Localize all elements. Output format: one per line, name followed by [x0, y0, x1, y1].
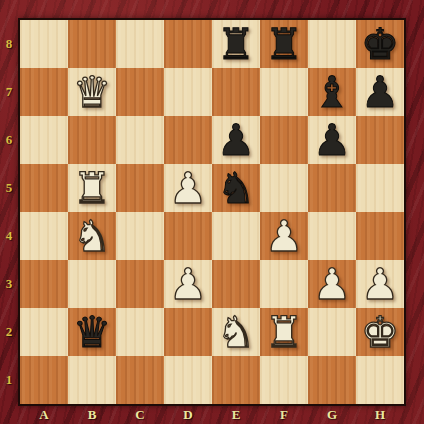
rank-label-8: 8 [0, 20, 18, 68]
piece-white-pawn-d5[interactable]: ♟ [164, 164, 212, 212]
square-e3[interactable] [212, 260, 260, 308]
piece-white-king-h2[interactable]: ♚ [356, 308, 404, 356]
square-f2[interactable]: ♜ [260, 308, 308, 356]
square-g3[interactable]: ♟ [308, 260, 356, 308]
square-d7[interactable] [164, 68, 212, 116]
square-g5[interactable] [308, 164, 356, 212]
board-frame: 87654321 ABCDEFGH ♜♜♚♛♝♟♟♟♜♟♞♞♟♟♟♟♛♞♜♚ [0, 0, 424, 424]
square-f5[interactable] [260, 164, 308, 212]
rank-labels: 87654321 [0, 20, 18, 404]
square-h4[interactable] [356, 212, 404, 260]
piece-white-pawn-f4[interactable]: ♟ [260, 212, 308, 260]
rank-label-4: 4 [0, 212, 18, 260]
square-a7[interactable] [20, 68, 68, 116]
square-g4[interactable] [308, 212, 356, 260]
piece-white-pawn-h3[interactable]: ♟ [356, 260, 404, 308]
square-b2[interactable]: ♛ [68, 308, 116, 356]
square-a2[interactable] [20, 308, 68, 356]
piece-black-rook-e8[interactable]: ♜ [212, 20, 260, 68]
square-h7[interactable]: ♟ [356, 68, 404, 116]
piece-white-queen-b7[interactable]: ♛ [68, 68, 116, 116]
square-e1[interactable] [212, 356, 260, 404]
square-d8[interactable] [164, 20, 212, 68]
piece-white-pawn-g3[interactable]: ♟ [308, 260, 356, 308]
square-h5[interactable] [356, 164, 404, 212]
square-g7[interactable]: ♝ [308, 68, 356, 116]
square-b8[interactable] [68, 20, 116, 68]
square-f4[interactable]: ♟ [260, 212, 308, 260]
piece-white-knight-b4[interactable]: ♞ [68, 212, 116, 260]
square-e6[interactable]: ♟ [212, 116, 260, 164]
square-a3[interactable] [20, 260, 68, 308]
piece-black-rook-f8[interactable]: ♜ [260, 20, 308, 68]
piece-black-queen-b2[interactable]: ♛ [68, 308, 116, 356]
piece-black-pawn-g6[interactable]: ♟ [308, 116, 356, 164]
piece-white-knight-e2[interactable]: ♞ [212, 308, 260, 356]
square-g6[interactable]: ♟ [308, 116, 356, 164]
square-c3[interactable] [116, 260, 164, 308]
square-d5[interactable]: ♟ [164, 164, 212, 212]
square-f6[interactable] [260, 116, 308, 164]
rank-label-1: 1 [0, 356, 18, 404]
file-labels: ABCDEFGH [20, 405, 404, 424]
piece-white-pawn-d3[interactable]: ♟ [164, 260, 212, 308]
square-a8[interactable] [20, 20, 68, 68]
square-b3[interactable] [68, 260, 116, 308]
square-b7[interactable]: ♛ [68, 68, 116, 116]
square-e4[interactable] [212, 212, 260, 260]
square-f7[interactable] [260, 68, 308, 116]
square-a6[interactable] [20, 116, 68, 164]
square-g2[interactable] [308, 308, 356, 356]
square-b1[interactable] [68, 356, 116, 404]
square-f3[interactable] [260, 260, 308, 308]
rank-label-5: 5 [0, 164, 18, 212]
piece-black-bishop-g7[interactable]: ♝ [308, 68, 356, 116]
square-f1[interactable] [260, 356, 308, 404]
piece-black-knight-e5[interactable]: ♞ [212, 164, 260, 212]
square-c2[interactable] [116, 308, 164, 356]
square-c4[interactable] [116, 212, 164, 260]
square-c1[interactable] [116, 356, 164, 404]
square-g1[interactable] [308, 356, 356, 404]
square-b4[interactable]: ♞ [68, 212, 116, 260]
square-h1[interactable] [356, 356, 404, 404]
square-e8[interactable]: ♜ [212, 20, 260, 68]
square-e2[interactable]: ♞ [212, 308, 260, 356]
square-h2[interactable]: ♚ [356, 308, 404, 356]
square-e5[interactable]: ♞ [212, 164, 260, 212]
square-h6[interactable] [356, 116, 404, 164]
square-b5[interactable]: ♜ [68, 164, 116, 212]
file-label-h: H [356, 405, 404, 424]
square-d1[interactable] [164, 356, 212, 404]
square-e7[interactable] [212, 68, 260, 116]
square-b6[interactable] [68, 116, 116, 164]
file-label-c: C [116, 405, 164, 424]
square-a5[interactable] [20, 164, 68, 212]
square-d4[interactable] [164, 212, 212, 260]
piece-black-pawn-h7[interactable]: ♟ [356, 68, 404, 116]
piece-white-rook-b5[interactable]: ♜ [68, 164, 116, 212]
file-label-e: E [212, 405, 260, 424]
square-c6[interactable] [116, 116, 164, 164]
square-a1[interactable] [20, 356, 68, 404]
square-d6[interactable] [164, 116, 212, 164]
file-label-f: F [260, 405, 308, 424]
square-c8[interactable] [116, 20, 164, 68]
file-label-b: B [68, 405, 116, 424]
square-c7[interactable] [116, 68, 164, 116]
square-d3[interactable]: ♟ [164, 260, 212, 308]
rank-label-7: 7 [0, 68, 18, 116]
rank-label-6: 6 [0, 116, 18, 164]
piece-white-rook-f2[interactable]: ♜ [260, 308, 308, 356]
piece-black-pawn-e6[interactable]: ♟ [212, 116, 260, 164]
square-c5[interactable] [116, 164, 164, 212]
chess-board: ♜♜♚♛♝♟♟♟♜♟♞♞♟♟♟♟♛♞♜♚ [18, 18, 406, 406]
square-g8[interactable] [308, 20, 356, 68]
square-h8[interactable]: ♚ [356, 20, 404, 68]
rank-label-2: 2 [0, 308, 18, 356]
file-label-d: D [164, 405, 212, 424]
rank-label-3: 3 [0, 260, 18, 308]
square-d2[interactable] [164, 308, 212, 356]
square-a4[interactable] [20, 212, 68, 260]
file-label-a: A [20, 405, 68, 424]
piece-black-king-h8[interactable]: ♚ [356, 20, 404, 68]
file-label-g: G [308, 405, 356, 424]
square-f8[interactable]: ♜ [260, 20, 308, 68]
square-h3[interactable]: ♟ [356, 260, 404, 308]
